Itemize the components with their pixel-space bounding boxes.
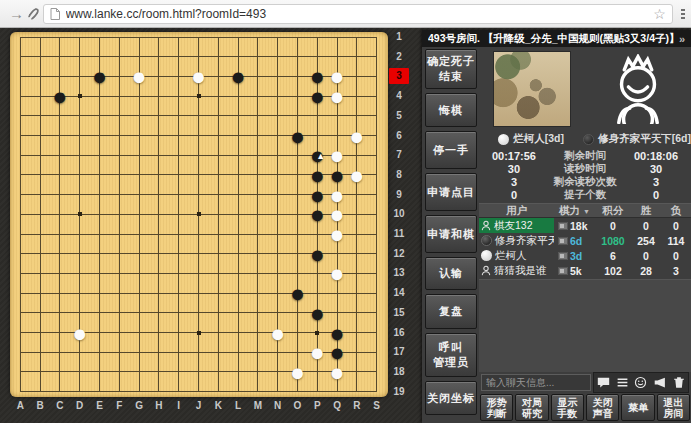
row-label: 16 [389,327,409,338]
row-label: 13 [389,267,409,278]
rank-badge-icon [558,222,568,230]
page-icon [50,8,60,20]
column-label: R [350,400,364,411]
request-count-button[interactable]: 申请点目 [425,173,477,211]
user-icon [481,265,491,276]
confirm-dead-and-end-button[interactable]: 确定死子结束 [425,49,477,89]
row-label: 11 [389,228,409,239]
user-score: 1080 [595,235,631,247]
black-clock-value: 30 [621,163,691,175]
clock-table: 00:17:56 剩余时间 00:18:0630 读秒时间 303 剩余读秒次数… [479,147,691,201]
black-player-name-row: 修身齐家平天下[6d] [583,132,691,146]
chat-input[interactable] [481,374,591,391]
user-name-cell: 烂柯人 [479,248,554,263]
user-icon [481,220,491,231]
user-name-cell: 棋友132 [479,218,554,233]
sort-arrow-icon: ▼ [583,208,590,215]
player-names: 烂柯人[3d] 修身齐家平天下[6d] [479,131,691,147]
white-player-name-row: 烂柯人[3d] [479,132,583,146]
app-stage: ●●●●●●●●●●●●●●●●●●●●●●●●●●●●●●●●▲ ABCDEF… [0,28,691,423]
user-name-cell: 修身齐家平天下 [479,233,554,248]
row-label: 9 [389,189,409,200]
black-stone-icon [481,235,492,246]
clock-row: 3 剩余读秒次数 3 [479,175,691,188]
user-score: 102 [595,265,631,277]
url-bar[interactable]: www.lanke.cc/room.html?roomId=493 ☆ [43,4,673,24]
column-label: S [370,400,384,411]
browser-toolbar: → www.lanke.cc/room.html?roomId=493 ☆ [0,0,691,28]
row-label: 4 [389,90,409,101]
user-losses: 3 [661,265,691,277]
clock-label: 剩余时间 [549,149,621,163]
white-player-avatar [493,51,571,127]
column-label: N [271,400,285,411]
user-rank-cell: 6d [554,235,595,247]
request-draw-button[interactable]: 申请和棋 [425,215,477,253]
row-label: 1 [389,31,409,42]
column-label: O [291,400,305,411]
chat-history-icon[interactable] [616,376,629,389]
user-rank-cell: 5k [554,265,595,277]
show-move-numbers-button[interactable]: 显示手数 [551,394,584,421]
column-label: M [251,400,265,411]
column-label: L [231,400,245,411]
white-clock-value: 00:17:56 [479,150,549,162]
user-rank-cell: 3d [554,250,595,262]
toggle-coordinates-button[interactable]: 关闭坐标 [425,381,477,415]
column-label: A [13,400,27,411]
user-score: 0 [595,220,631,232]
forward-icon[interactable]: → [9,6,24,21]
rank-badge-icon [558,237,568,245]
default-avatar-icon [607,54,669,124]
row-label: 6 [389,130,409,141]
column-label: J [192,400,206,411]
game-action-buttons: 确定死子结束悔棋停一手申请点目申请和棋认输复盘呼叫管理员关闭坐标 [422,47,479,423]
highlighted-row-label: 3 [389,68,409,84]
column-label: C [53,400,67,411]
column-label: G [132,400,146,411]
clock-label: 剩余读秒次数 [549,175,621,189]
user-table-header: 用户棋力 ▼积分胜负 [479,203,691,218]
situation-judge-button[interactable]: 形势判断 [480,394,513,421]
clock-label: 读秒时间 [549,162,621,176]
undo-button[interactable]: 悔棋 [425,93,477,127]
room-title: 493号房间. 【升降级_分先_中国规则(黑贴3又3/4子)】 [428,32,679,46]
row-label: 14 [389,287,409,298]
row-label: 12 [389,248,409,259]
clock-row: 0 提子个数 0 [479,188,691,201]
row-label: 2 [389,51,409,62]
chat-log[interactable] [479,279,691,372]
column-label: D [73,400,87,411]
user-row[interactable]: 棋友132 18k 0 0 0 [479,218,691,233]
smiley-icon[interactable] [634,376,647,389]
user-wins: 0 [631,220,661,232]
column-label: I [172,400,186,411]
black-clock-value: 0 [621,189,691,201]
white-clock-value: 0 [479,189,549,201]
black-clock-value: 3 [621,176,691,188]
user-wins: 254 [631,235,661,247]
url-text: www.lanke.cc/room.html?roomId=493 [66,7,653,21]
game-panel: 493号房间. 【升降级_分先_中国规则(黑贴3又3/4子)】 » 确定死子结束… [422,30,691,423]
row-label: 18 [389,366,409,377]
column-label: F [112,400,126,411]
call-admin-button[interactable]: 呼叫管理员 [425,333,477,377]
row-label: 15 [389,307,409,318]
user-score: 6 [595,250,631,262]
review-button[interactable]: 复盘 [425,294,477,329]
chat-bubble-icon[interactable] [597,376,610,389]
black-player-avatar [599,51,677,127]
white-stone-icon [498,134,509,145]
user-rank-cell: 18k [554,220,595,232]
rank-badge-icon [558,252,568,260]
user-losses: 0 [661,250,691,262]
user-losses: 0 [661,220,691,232]
row-label: 17 [389,346,409,357]
row-label: 7 [389,149,409,160]
row-label: 19 [389,386,409,397]
chat-icon-bar [593,372,689,393]
chat-input-row [479,372,691,393]
user-losses: 114 [661,235,691,247]
room-title-bar: 493号房间. 【升降级_分先_中国规则(黑贴3又3/4子)】 » [422,30,691,47]
row-label: 5 [389,110,409,121]
game-research-button[interactable]: 对局研究 [515,394,548,421]
collapse-panel-icon[interactable]: » [679,33,685,45]
column-label: H [152,400,166,411]
user-wins: 0 [631,250,661,262]
column-label: E [93,400,107,411]
exit-room-button[interactable]: 退出房间 [657,394,690,421]
bottom-buttons: 形势判断对局研究显示手数关闭声音菜单退出房间 [479,393,691,423]
browser-menu-icon[interactable] [681,7,685,21]
user-row[interactable]: 烂柯人 3d 6 0 0 [479,248,691,263]
user-table: 用户棋力 ▼积分胜负棋友132 18k 0 0 0修身齐家平天下 6d 1080… [479,203,691,278]
column-label: B [33,400,47,411]
white-clock-value: 3 [479,176,549,188]
column-label: Q [330,400,344,411]
white-stone-icon [481,250,492,261]
resign-button[interactable]: 认输 [425,257,477,290]
clock-row: 00:17:56 剩余时间 00:18:06 [479,149,691,162]
bookmark-star-icon[interactable]: ☆ [653,6,666,22]
clock-row: 30 读秒时间 30 [479,162,691,175]
white-clock-value: 30 [479,163,549,175]
user-row[interactable]: 修身齐家平天下 6d 1080 254 114 [479,233,691,248]
trash-icon[interactable] [673,376,685,389]
column-label: K [211,400,225,411]
megaphone-icon[interactable] [653,376,667,389]
reload-icon[interactable] [26,6,40,21]
clock-label: 提子个数 [549,188,621,202]
mute-sound-button[interactable]: 关闭声音 [586,394,619,421]
rank-badge-icon [558,267,568,275]
browser-window: → www.lanke.cc/room.html?roomId=493 ☆ ●●… [0,0,691,423]
pass-button[interactable]: 停一手 [425,131,477,169]
row-label: 10 [389,208,409,219]
user-name-cell: 猜猜我是谁 [479,263,554,278]
user-wins: 28 [631,265,661,277]
go-board[interactable]: ●●●●●●●●●●●●●●●●●●●●●●●●●●●●●●●●▲ [10,32,388,397]
black-stone-icon [583,134,594,145]
menu-button[interactable]: 菜单 [621,394,654,421]
row-label: 8 [389,169,409,180]
column-label: P [310,400,324,411]
white-player-name: 烂柯人[3d] [513,132,564,146]
black-player-name: 修身齐家平天下[6d] [598,132,691,146]
user-row[interactable]: 猜猜我是谁 5k 102 28 3 [479,263,691,278]
player-avatars [479,47,691,131]
black-clock-value: 00:18:06 [621,150,691,162]
